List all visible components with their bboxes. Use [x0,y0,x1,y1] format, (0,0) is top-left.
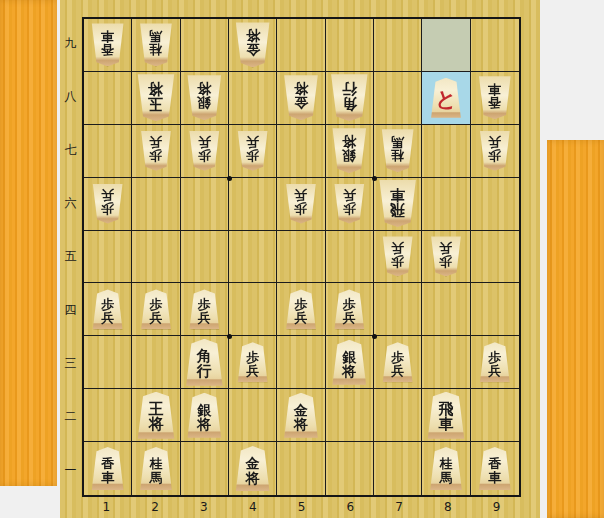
piece-pawn-bottom[interactable]: 歩兵 [382,342,413,382]
piece-pawn-top[interactable]: 歩兵 [479,131,510,171]
square-f1-五[interactable] [84,231,132,284]
square-f2-七[interactable]: 歩兵 [132,125,180,178]
square-f9-六[interactable] [471,178,519,231]
square-f8-六[interactable] [422,178,470,231]
piece-kanji: 桂馬 [391,135,404,162]
square-f2-四[interactable]: 歩兵 [132,283,180,336]
piece-kanji: 飛車 [390,186,405,217]
piece-pawn-top[interactable]: 歩兵 [430,236,461,276]
piece-kanji: 桂馬 [149,457,162,484]
square-f8-一[interactable]: 桂馬 [422,442,470,495]
square-f1-九[interactable]: 香車 [84,19,132,72]
square-f7-六[interactable]: 飛車 [374,178,422,231]
star-point-4 [372,334,377,339]
komadai-right [547,140,604,518]
piece-kanji: 香車 [101,457,114,484]
piece-pawn-bottom[interactable]: 歩兵 [140,289,171,329]
piece-kanji: 歩兵 [488,351,501,378]
piece-kanji: 歩兵 [149,298,162,325]
square-f5-五[interactable] [277,231,325,284]
piece-kanji: 角行 [197,349,212,380]
square-f9-三[interactable]: 歩兵 [471,336,519,389]
square-f1-二[interactable] [84,389,132,442]
piece-kanji: 香車 [488,457,501,484]
piece-kanji: 歩兵 [294,298,307,325]
square-f4-五[interactable] [229,231,277,284]
square-f7-七[interactable]: 桂馬 [374,125,422,178]
square-f3-四[interactable]: 歩兵 [181,283,229,336]
square-f4-八[interactable] [229,72,277,125]
square-f9-九[interactable] [471,19,519,72]
square-f7-二[interactable] [374,389,422,442]
piece-kanji: 歩兵 [198,135,211,162]
file-label-9: 9 [472,499,521,515]
square-f1-三[interactable] [84,336,132,389]
piece-kanji: 歩兵 [149,135,162,162]
piece-kanji: 香車 [488,82,501,109]
piece-pawn-bottom[interactable]: 歩兵 [479,342,510,382]
piece-knight-bottom[interactable]: 桂馬 [139,447,172,490]
piece-kanji: 銀将 [342,350,356,379]
piece-kanji: 角行 [342,80,357,111]
piece-gold-top[interactable]: 金将 [283,75,318,120]
square-f5-七[interactable] [277,125,325,178]
square-f6-四[interactable]: 歩兵 [326,283,374,336]
piece-kanji: 歩兵 [488,135,501,162]
square-f7-四[interactable] [374,283,422,336]
square-f4-七[interactable]: 歩兵 [229,125,277,178]
square-f6-五[interactable] [326,231,374,284]
piece-kanji: 飛車 [438,402,453,433]
square-f6-八[interactable]: 角行 [326,72,374,125]
piece-kanji: 銀将 [197,403,211,432]
square-f6-六[interactable]: 歩兵 [326,178,374,231]
piece-rook-top[interactable]: 飛車 [379,180,417,227]
square-f3-二[interactable]: 銀将 [181,389,229,442]
square-f4-一[interactable]: 金将 [229,442,277,495]
rank-label-7: 七 [60,124,81,177]
square-f9-七[interactable]: 歩兵 [471,125,519,178]
square-f1-一[interactable]: 香車 [84,442,132,495]
piece-kanji: 玉将 [148,80,163,111]
piece-kanji: 歩兵 [343,298,356,325]
piece-silver-bottom[interactable]: 銀将 [187,393,222,438]
piece-kanji: と [435,89,457,110]
piece-kanji: 香車 [101,29,114,56]
rank-label-9: 九 [60,17,81,70]
piece-kanji: 桂馬 [439,457,452,484]
piece-pawn-top[interactable]: 歩兵 [92,184,123,224]
piece-gold-top[interactable]: 金将 [235,22,270,67]
square-f8-八[interactable]: と [422,72,470,125]
square-f8-二[interactable]: 飛車 [422,389,470,442]
square-f5-九[interactable] [277,19,325,72]
file-label-5: 5 [277,499,326,515]
square-f4-三[interactable]: 歩兵 [229,336,277,389]
square-f3-六[interactable] [181,178,229,231]
square-f6-九[interactable] [326,19,374,72]
rank-label-4: 四 [60,284,81,337]
piece-kanji: 歩兵 [343,188,356,215]
piece-kanji: 金将 [246,28,260,57]
square-f2-三[interactable] [132,336,180,389]
rank-label-8: 八 [60,70,81,123]
square-f4-四[interactable] [229,283,277,336]
square-f2-二[interactable]: 王将 [132,389,180,442]
square-f4-九[interactable]: 金将 [229,19,277,72]
piece-pawn-top[interactable]: 歩兵 [334,184,365,224]
square-f3-三[interactable]: 角行 [181,336,229,389]
piece-kanji: 歩兵 [246,135,259,162]
square-f5-六[interactable]: 歩兵 [277,178,325,231]
square-f8-三[interactable] [422,336,470,389]
piece-tokin-bottom[interactable]: と [430,78,461,118]
piece-kanji: 金将 [294,81,308,110]
piece-pawn-top[interactable]: 歩兵 [382,236,413,276]
rank-label-3: 三 [60,337,81,390]
square-f3-七[interactable]: 歩兵 [181,125,229,178]
piece-kanji: 歩兵 [101,298,114,325]
square-f2-五[interactable] [132,231,180,284]
square-f1-四[interactable]: 歩兵 [84,283,132,336]
square-f8-五[interactable]: 歩兵 [422,231,470,284]
square-f9-八[interactable]: 香車 [471,72,519,125]
star-point-1 [227,176,232,181]
piece-pawn-top[interactable]: 歩兵 [189,131,220,171]
rank-label-6: 六 [60,177,81,230]
square-f9-五[interactable] [471,231,519,284]
file-label-2: 2 [131,499,180,515]
square-f6-一[interactable] [326,442,374,495]
piece-silver-top[interactable]: 銀将 [332,128,367,173]
square-f1-八[interactable] [84,72,132,125]
square-f8-七[interactable] [422,125,470,178]
piece-gold-bottom[interactable]: 金将 [235,446,270,491]
piece-knight-top[interactable]: 桂馬 [139,23,172,66]
rank-labels: 九八七六五四三二一 [60,17,81,497]
piece-pawn-bottom[interactable]: 歩兵 [92,289,123,329]
square-f4-六[interactable] [229,178,277,231]
shogi-app: 九八七六五四三二一 123456789 香車桂馬金将玉将銀将金将角行と香車歩兵歩… [0,0,604,518]
rank-label-2: 二 [60,390,81,443]
piece-king-bottom[interactable]: 王将 [137,392,175,439]
square-f1-六[interactable]: 歩兵 [84,178,132,231]
file-label-4: 4 [228,499,277,515]
piece-pawn-bottom[interactable]: 歩兵 [189,289,220,329]
square-f7-三[interactable]: 歩兵 [374,336,422,389]
piece-lance-top[interactable]: 香車 [478,76,511,119]
piece-rook-bottom[interactable]: 飛車 [427,392,465,439]
square-f4-二[interactable] [229,389,277,442]
square-f3-五[interactable] [181,231,229,284]
star-point-3 [227,334,232,339]
piece-kanji: 桂馬 [149,29,162,56]
square-f7-一[interactable] [374,442,422,495]
piece-knight-bottom[interactable]: 桂馬 [429,447,462,490]
square-f3-一[interactable] [181,442,229,495]
file-label-3: 3 [180,499,229,515]
square-f5-三[interactable] [277,336,325,389]
square-f2-一[interactable]: 桂馬 [132,442,180,495]
file-label-6: 6 [326,499,375,515]
piece-pawn-top[interactable]: 歩兵 [285,184,316,224]
square-f6-二[interactable] [326,389,374,442]
piece-bishop-top[interactable]: 角行 [330,74,368,121]
file-label-8: 8 [423,499,472,515]
komadai-left [0,0,57,486]
piece-silver-bottom[interactable]: 銀将 [332,340,367,385]
piece-kanji: 銀将 [342,134,356,163]
square-f5-八[interactable]: 金将 [277,72,325,125]
square-f7-五[interactable]: 歩兵 [374,231,422,284]
piece-kanji: 王将 [148,402,163,433]
star-point-2 [372,176,377,181]
piece-bishop-bottom[interactable]: 角行 [185,339,223,386]
square-f5-一[interactable] [277,442,325,495]
piece-lance-bottom[interactable]: 香車 [478,447,511,490]
square-f8-四[interactable] [422,283,470,336]
piece-silver-top[interactable]: 銀将 [187,75,222,120]
piece-knight-top[interactable]: 桂馬 [381,129,414,172]
piece-kanji: 金将 [246,456,260,485]
square-f3-九[interactable] [181,19,229,72]
square-f9-四[interactable] [471,283,519,336]
piece-pawn-bottom[interactable]: 歩兵 [285,289,316,329]
square-f5-四[interactable]: 歩兵 [277,283,325,336]
piece-kanji: 金将 [294,403,308,432]
piece-pawn-bottom[interactable]: 歩兵 [237,342,268,382]
piece-pawn-bottom[interactable]: 歩兵 [334,289,365,329]
piece-pawn-top[interactable]: 歩兵 [140,131,171,171]
piece-pawn-top[interactable]: 歩兵 [237,131,268,171]
rank-label-5: 五 [60,230,81,283]
file-label-7: 7 [375,499,424,515]
square-f7-九[interactable] [374,19,422,72]
square-f9-二[interactable] [471,389,519,442]
board-grid: 香車桂馬金将玉将銀将金将角行と香車歩兵歩兵歩兵銀将桂馬歩兵歩兵歩兵歩兵飛車歩兵歩… [82,17,521,497]
piece-lance-top[interactable]: 香車 [91,23,124,66]
piece-kanji: 歩兵 [439,241,452,268]
square-f3-八[interactable]: 銀将 [181,72,229,125]
file-label-1: 1 [82,499,131,515]
piece-kanji: 銀将 [197,81,211,110]
square-f5-二[interactable]: 金将 [277,389,325,442]
piece-kanji: 歩兵 [198,298,211,325]
piece-lance-bottom[interactable]: 香車 [91,447,124,490]
rank-label-1: 一 [60,444,81,497]
piece-kanji: 歩兵 [391,351,404,378]
square-f2-九[interactable]: 桂馬 [132,19,180,72]
piece-kanji: 歩兵 [246,351,259,378]
piece-king-top[interactable]: 玉将 [137,74,175,121]
square-f6-七[interactable]: 銀将 [326,125,374,178]
square-f6-三[interactable]: 銀将 [326,336,374,389]
piece-kanji: 歩兵 [391,241,404,268]
file-labels: 123456789 [82,499,521,515]
square-f1-七[interactable] [84,125,132,178]
piece-kanji: 歩兵 [294,188,307,215]
square-f8-九[interactable] [422,19,470,72]
piece-kanji: 歩兵 [101,188,114,215]
square-f9-一[interactable]: 香車 [471,442,519,495]
square-f2-六[interactable] [132,178,180,231]
piece-gold-bottom[interactable]: 金将 [283,393,318,438]
square-f2-八[interactable]: 玉将 [132,72,180,125]
square-f7-八[interactable] [374,72,422,125]
